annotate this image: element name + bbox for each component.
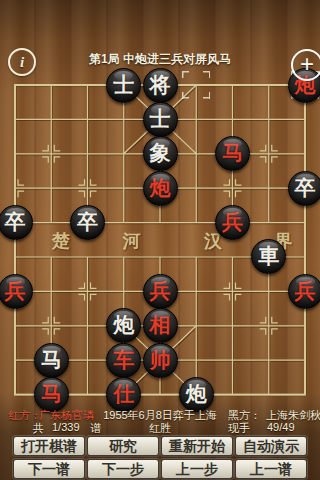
next-manual-button[interactable]: 下一谱 bbox=[13, 459, 85, 479]
red-piece[interactable]: 兵 bbox=[288, 274, 320, 309]
result-text: 红胜 bbox=[149, 421, 171, 436]
plus-icon: + bbox=[300, 50, 314, 77]
black-piece[interactable]: 马 bbox=[34, 343, 69, 378]
black-piece[interactable]: 士 bbox=[106, 68, 141, 103]
total-unit: 谱 bbox=[90, 421, 101, 436]
research-button[interactable]: 研究 bbox=[87, 436, 159, 456]
black-piece[interactable]: 炮 bbox=[106, 308, 141, 343]
red-piece[interactable]: 相 bbox=[143, 308, 178, 343]
red-piece[interactable]: 车 bbox=[106, 343, 141, 378]
red-piece[interactable]: 兵 bbox=[215, 205, 250, 240]
prev-manual-button[interactable]: 上一谱 bbox=[235, 459, 307, 479]
last-move-marker bbox=[182, 71, 210, 99]
control-button-grid: 打开棋谱 研究 重新开始 自动演示 下一谱 下一步 上一步 上一谱 bbox=[13, 436, 307, 479]
black-piece[interactable]: 卒 bbox=[70, 205, 105, 240]
red-piece[interactable]: 炮 bbox=[143, 171, 178, 206]
add-button[interactable]: + bbox=[291, 49, 320, 81]
total-label: 共 bbox=[33, 421, 44, 436]
current-move-count: 49/49 bbox=[267, 421, 295, 433]
book-count: 1/339 bbox=[52, 421, 80, 433]
black-piece[interactable]: 士 bbox=[143, 102, 178, 137]
black-piece[interactable]: 卒 bbox=[0, 205, 33, 240]
black-piece[interactable]: 将 bbox=[143, 68, 178, 103]
red-piece[interactable]: 仕 bbox=[106, 377, 141, 412]
red-piece[interactable]: 马 bbox=[34, 377, 69, 412]
red-piece[interactable]: 马 bbox=[215, 136, 250, 171]
red-piece[interactable]: 兵 bbox=[143, 274, 178, 309]
red-piece[interactable]: 帅 bbox=[143, 343, 178, 378]
black-piece[interactable]: 車 bbox=[251, 239, 286, 274]
prev-move-button[interactable]: 上一步 bbox=[161, 459, 233, 479]
black-piece[interactable]: 炮 bbox=[179, 377, 214, 412]
restart-button[interactable]: 重新开始 bbox=[161, 436, 233, 456]
auto-demo-button[interactable]: 自动演示 bbox=[235, 436, 307, 456]
app-root: { "game": "xiangqi", "header": { "info_i… bbox=[0, 0, 320, 480]
black-piece[interactable]: 象 bbox=[143, 136, 178, 171]
black-piece[interactable]: 卒 bbox=[288, 171, 320, 206]
current-move-label: 现手 bbox=[228, 421, 250, 436]
red-piece[interactable]: 兵 bbox=[0, 274, 33, 309]
open-manual-button[interactable]: 打开棋谱 bbox=[13, 436, 85, 456]
next-move-button[interactable]: 下一步 bbox=[87, 459, 159, 479]
xiangqi-board[interactable]: 士将炮士象马炮卒卒卒兵車兵兵兵炮相马车帅马仕炮 bbox=[0, 68, 320, 412]
